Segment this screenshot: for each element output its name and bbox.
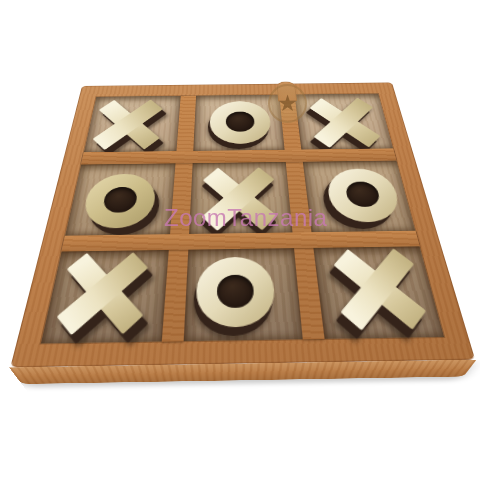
o-piece[interactable] bbox=[81, 173, 158, 228]
x-piece[interactable] bbox=[329, 247, 432, 333]
product-photo: ★ ZoomTanzania bbox=[0, 0, 480, 480]
o-piece-hole bbox=[226, 112, 255, 132]
x-piece[interactable] bbox=[200, 166, 280, 233]
board-grid bbox=[41, 94, 444, 344]
cell-r1-c1[interactable] bbox=[189, 162, 293, 233]
o-piece[interactable] bbox=[209, 101, 272, 144]
x-piece-bar bbox=[67, 253, 144, 335]
board-scene bbox=[0, 0, 480, 480]
divider-top-peg bbox=[276, 82, 297, 102]
x-piece-bar bbox=[333, 249, 426, 330]
game-board bbox=[10, 83, 475, 368]
o-piece-hole bbox=[344, 182, 381, 208]
cell-r2-c2[interactable] bbox=[314, 246, 444, 339]
cell-r0-c1[interactable] bbox=[193, 95, 285, 151]
cell-r2-c1[interactable] bbox=[183, 248, 303, 341]
cell-r0-c0[interactable] bbox=[84, 96, 181, 153]
x-piece[interactable] bbox=[51, 251, 152, 338]
x-piece-bar bbox=[57, 252, 149, 335]
o-piece-hole bbox=[217, 274, 254, 308]
x-piece-bar bbox=[340, 249, 414, 332]
grid-divider-horizontal-2 bbox=[62, 230, 420, 251]
cell-r0-c2[interactable] bbox=[295, 94, 393, 150]
o-piece[interactable] bbox=[324, 168, 403, 222]
cell-r1-c0[interactable] bbox=[65, 164, 175, 236]
o-piece-hole bbox=[102, 187, 138, 213]
o-piece[interactable] bbox=[195, 257, 276, 328]
cell-r2-c0[interactable] bbox=[41, 250, 169, 344]
board-front-edge bbox=[9, 360, 476, 384]
x-piece[interactable] bbox=[307, 96, 385, 148]
x-piece[interactable] bbox=[89, 98, 165, 151]
cell-r1-c2[interactable] bbox=[303, 161, 415, 232]
